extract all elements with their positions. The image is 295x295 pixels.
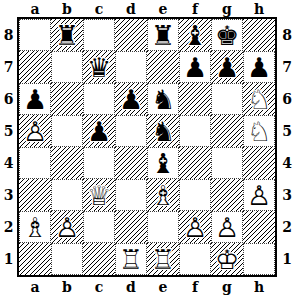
piece-halo: ♞ bbox=[244, 116, 274, 146]
piece-white-king: ♔ bbox=[211, 243, 243, 275]
piece-halo: ♝ bbox=[179, 19, 211, 51]
file-labels-bottom: abcdefgh bbox=[19, 278, 275, 295]
file-label-e: e bbox=[147, 0, 179, 17]
file-label-c: c bbox=[83, 0, 115, 17]
square-a3[interactable] bbox=[19, 179, 51, 211]
square-f8[interactable]: ♝♝ bbox=[179, 19, 211, 51]
piece-halo: ♞ bbox=[148, 84, 178, 114]
square-h3[interactable]: ♟♙ bbox=[243, 179, 275, 211]
piece-halo: ♝ bbox=[147, 179, 179, 211]
rank-label-2: 2 bbox=[0, 211, 17, 243]
piece-halo: ♜ bbox=[148, 20, 178, 50]
file-label-a: a bbox=[19, 0, 51, 17]
piece-black-queen: ♛ bbox=[83, 51, 115, 83]
piece-white-bishop: ♗ bbox=[147, 179, 179, 211]
rank-label-4: 4 bbox=[0, 147, 17, 179]
piece-black-bishop: ♝ bbox=[148, 148, 178, 178]
square-a5[interactable]: ♟♙ bbox=[19, 115, 51, 147]
square-c5[interactable]: ♟♟ bbox=[83, 115, 115, 147]
piece-black-pawn: ♟ bbox=[211, 51, 243, 83]
file-label-b: b bbox=[51, 0, 83, 17]
piece-halo: ♟ bbox=[115, 83, 147, 115]
piece-black-pawn: ♟ bbox=[244, 52, 274, 82]
square-a7[interactable] bbox=[19, 51, 51, 83]
piece-white-pawn: ♙ bbox=[212, 212, 242, 242]
rank-label-6: 6 bbox=[0, 83, 17, 115]
file-label-g: g bbox=[211, 0, 243, 17]
piece-white-pawn: ♙ bbox=[19, 115, 51, 147]
piece-halo: ♟ bbox=[179, 211, 211, 243]
piece-halo: ♛ bbox=[83, 179, 115, 211]
square-h4[interactable] bbox=[243, 147, 275, 179]
square-f5[interactable] bbox=[179, 115, 211, 147]
piece-black-rook: ♜ bbox=[51, 19, 83, 51]
chess-diagram: abcdefgh 87654321 ♜♜♜♜♝♝♚♚♛♛♟♟♟♟♟♟♟♟♟♟♞♞… bbox=[0, 0, 295, 295]
square-b8[interactable]: ♜♜ bbox=[51, 19, 83, 51]
piece-halo: ♜ bbox=[116, 244, 146, 274]
file-label-f: f bbox=[179, 278, 211, 295]
piece-halo: ♟ bbox=[180, 52, 210, 82]
file-label-h: h bbox=[243, 0, 275, 17]
square-g7[interactable]: ♟♟ bbox=[211, 51, 243, 83]
square-e6[interactable]: ♞♞ bbox=[147, 83, 179, 115]
piece-halo: ♚ bbox=[212, 20, 242, 50]
rank-labels-right: 87654321 bbox=[278, 19, 295, 275]
piece-white-knight: ♘ bbox=[243, 83, 275, 115]
rank-label-8: 8 bbox=[278, 19, 295, 51]
file-label-e: e bbox=[147, 278, 179, 295]
square-e3[interactable]: ♝♗ bbox=[147, 179, 179, 211]
rank-label-5: 5 bbox=[278, 115, 295, 147]
piece-halo: ♞ bbox=[243, 83, 275, 115]
piece-white-rook: ♖ bbox=[116, 244, 146, 274]
square-e5[interactable]: ♞♞ bbox=[147, 115, 179, 147]
square-e4[interactable]: ♝♝ bbox=[147, 147, 179, 179]
rank-label-6: 6 bbox=[278, 83, 295, 115]
piece-halo: ♜ bbox=[51, 19, 83, 51]
square-h1[interactable] bbox=[243, 243, 275, 275]
rank-label-5: 5 bbox=[0, 115, 17, 147]
square-g1[interactable]: ♚♔ bbox=[211, 243, 243, 275]
square-b2[interactable]: ♟♙ bbox=[51, 211, 83, 243]
square-f6[interactable] bbox=[179, 83, 211, 115]
square-h5[interactable]: ♞♘ bbox=[243, 115, 275, 147]
square-b5[interactable] bbox=[51, 115, 83, 147]
square-g8[interactable]: ♚♚ bbox=[211, 19, 243, 51]
piece-white-rook: ♖ bbox=[147, 243, 179, 275]
piece-white-queen: ♕ bbox=[83, 179, 115, 211]
square-g2[interactable]: ♟♙ bbox=[211, 211, 243, 243]
file-label-g: g bbox=[211, 278, 243, 295]
piece-black-knight: ♞ bbox=[147, 115, 179, 147]
piece-white-pawn: ♙ bbox=[244, 180, 274, 210]
file-label-b: b bbox=[51, 278, 83, 295]
piece-halo: ♟ bbox=[19, 115, 51, 147]
square-e2[interactable] bbox=[147, 211, 179, 243]
square-c6[interactable] bbox=[83, 83, 115, 115]
square-c8[interactable] bbox=[83, 19, 115, 51]
square-a6[interactable]: ♟♟ bbox=[19, 83, 51, 115]
rank-label-3: 3 bbox=[0, 179, 17, 211]
square-d7[interactable] bbox=[115, 51, 147, 83]
piece-halo: ♝ bbox=[20, 212, 50, 242]
square-d5[interactable] bbox=[115, 115, 147, 147]
square-d4[interactable] bbox=[115, 147, 147, 179]
piece-white-knight: ♘ bbox=[244, 116, 274, 146]
square-c3[interactable]: ♛♕ bbox=[83, 179, 115, 211]
piece-black-pawn: ♟ bbox=[20, 84, 50, 114]
square-h7[interactable]: ♟♟ bbox=[243, 51, 275, 83]
piece-halo: ♟ bbox=[211, 51, 243, 83]
file-label-f: f bbox=[179, 0, 211, 17]
square-f4[interactable] bbox=[179, 147, 211, 179]
file-label-d: d bbox=[115, 0, 147, 17]
piece-black-bishop: ♝ bbox=[179, 19, 211, 51]
rank-label-3: 3 bbox=[278, 179, 295, 211]
piece-halo: ♟ bbox=[212, 212, 242, 242]
square-h6[interactable]: ♞♘ bbox=[243, 83, 275, 115]
piece-halo: ♝ bbox=[148, 148, 178, 178]
piece-halo: ♛ bbox=[83, 51, 115, 83]
piece-black-pawn: ♟ bbox=[115, 83, 147, 115]
piece-halo: ♟ bbox=[244, 52, 274, 82]
square-b7[interactable] bbox=[51, 51, 83, 83]
square-a8[interactable] bbox=[19, 19, 51, 51]
square-c4[interactable] bbox=[83, 147, 115, 179]
chess-board: ♜♜♜♜♝♝♚♚♛♛♟♟♟♟♟♟♟♟♟♟♞♞♞♘♟♙♟♟♞♞♞♘♝♝♛♕♝♗♟♙… bbox=[17, 17, 277, 277]
square-f1[interactable] bbox=[179, 243, 211, 275]
square-c7[interactable]: ♛♛ bbox=[83, 51, 115, 83]
piece-white-pawn: ♙ bbox=[179, 211, 211, 243]
square-g3[interactable] bbox=[211, 179, 243, 211]
file-label-c: c bbox=[83, 278, 115, 295]
square-d6[interactable]: ♟♟ bbox=[115, 83, 147, 115]
square-g4[interactable] bbox=[211, 147, 243, 179]
square-a1[interactable] bbox=[19, 243, 51, 275]
rank-label-1: 1 bbox=[278, 243, 295, 275]
square-e8[interactable]: ♜♜ bbox=[147, 19, 179, 51]
square-f3[interactable] bbox=[179, 179, 211, 211]
square-d1[interactable]: ♜♖ bbox=[115, 243, 147, 275]
piece-halo: ♟ bbox=[20, 84, 50, 114]
rank-labels-left: 87654321 bbox=[0, 19, 17, 275]
file-labels-top: abcdefgh bbox=[19, 0, 275, 17]
piece-halo: ♞ bbox=[147, 115, 179, 147]
piece-halo: ♟ bbox=[51, 211, 83, 243]
piece-black-pawn: ♟ bbox=[180, 52, 210, 82]
square-g5[interactable] bbox=[211, 115, 243, 147]
square-b3[interactable] bbox=[51, 179, 83, 211]
rank-label-7: 7 bbox=[0, 51, 17, 83]
square-c2[interactable] bbox=[83, 211, 115, 243]
piece-black-rook: ♜ bbox=[148, 20, 178, 50]
piece-halo: ♟ bbox=[244, 180, 274, 210]
square-d3[interactable] bbox=[115, 179, 147, 211]
piece-white-pawn: ♙ bbox=[51, 211, 83, 243]
piece-white-bishop: ♗ bbox=[20, 212, 50, 242]
piece-black-knight: ♞ bbox=[148, 84, 178, 114]
square-g6[interactable] bbox=[211, 83, 243, 115]
rank-label-1: 1 bbox=[0, 243, 17, 275]
rank-label-4: 4 bbox=[278, 147, 295, 179]
square-h8[interactable] bbox=[243, 19, 275, 51]
square-h2[interactable] bbox=[243, 211, 275, 243]
square-d8[interactable] bbox=[115, 19, 147, 51]
piece-black-pawn: ♟ bbox=[83, 115, 115, 147]
square-f2[interactable]: ♟♙ bbox=[179, 211, 211, 243]
square-e1[interactable]: ♜♖ bbox=[147, 243, 179, 275]
piece-halo: ♜ bbox=[147, 243, 179, 275]
square-a4[interactable] bbox=[19, 147, 51, 179]
piece-black-king: ♚ bbox=[212, 20, 242, 50]
rank-label-2: 2 bbox=[278, 211, 295, 243]
piece-halo: ♚ bbox=[211, 243, 243, 275]
rank-label-7: 7 bbox=[278, 51, 295, 83]
square-b6[interactable] bbox=[51, 83, 83, 115]
square-f7[interactable]: ♟♟ bbox=[179, 51, 211, 83]
file-label-d: d bbox=[115, 278, 147, 295]
square-d2[interactable] bbox=[115, 211, 147, 243]
file-label-a: a bbox=[19, 278, 51, 295]
square-b4[interactable] bbox=[51, 147, 83, 179]
rank-label-8: 8 bbox=[0, 19, 17, 51]
piece-halo: ♟ bbox=[83, 115, 115, 147]
file-label-h: h bbox=[243, 278, 275, 295]
square-c1[interactable] bbox=[83, 243, 115, 275]
square-e7[interactable] bbox=[147, 51, 179, 83]
square-b1[interactable] bbox=[51, 243, 83, 275]
square-a2[interactable]: ♝♗ bbox=[19, 211, 51, 243]
